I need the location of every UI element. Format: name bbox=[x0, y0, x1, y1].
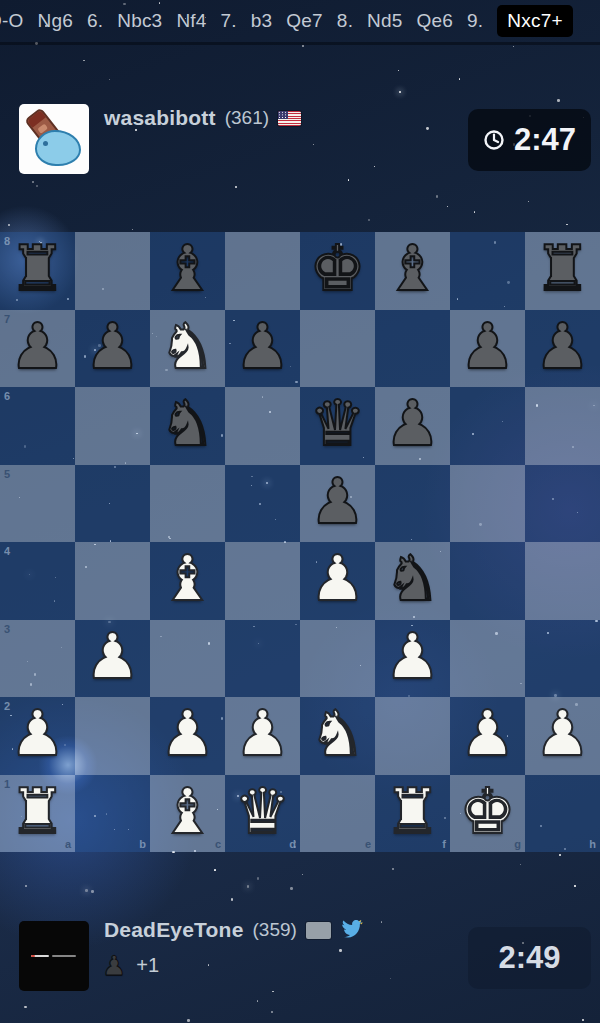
star-dot bbox=[374, 166, 376, 168]
star-dot bbox=[339, 949, 341, 951]
move-token[interactable]: 8. bbox=[337, 10, 353, 32]
square-c1[interactable]: ♝c bbox=[150, 775, 225, 853]
piece-white-king[interactable]: ♚ bbox=[459, 780, 515, 843]
star-dot bbox=[290, 887, 292, 889]
move-token[interactable]: O-O bbox=[0, 10, 24, 32]
square-b1[interactable]: b bbox=[75, 775, 150, 853]
piece-white-pawn[interactable]: ♟ bbox=[159, 702, 215, 765]
square-c7[interactable]: ♞ bbox=[150, 310, 225, 388]
piece-black-bishop[interactable]: ♝ bbox=[384, 237, 440, 300]
star-dot bbox=[313, 144, 314, 145]
star-dot bbox=[231, 898, 234, 901]
square-a4[interactable]: 4 bbox=[0, 542, 75, 620]
square-c4[interactable]: ♝ bbox=[150, 542, 225, 620]
piece-black-rook[interactable]: ♜ bbox=[9, 237, 65, 300]
square-f1[interactable]: ♜f bbox=[375, 775, 450, 853]
square-h8[interactable]: ♜ bbox=[525, 232, 600, 310]
square-b8[interactable] bbox=[75, 232, 150, 310]
square-d7[interactable]: ♟ bbox=[225, 310, 300, 388]
square-a2[interactable]: ♟2 bbox=[0, 697, 75, 775]
move-list[interactable]: O-ONg66.Nbc3Nf47.b3Qe78.Nd5Qe69.Nxc7+ bbox=[0, 0, 600, 45]
piece-black-rook[interactable]: ♜ bbox=[534, 237, 590, 300]
square-c2[interactable]: ♟ bbox=[150, 697, 225, 775]
rank-label-5: 5 bbox=[4, 468, 10, 480]
file-label-a: a bbox=[65, 838, 71, 850]
piece-black-bishop[interactable]: ♝ bbox=[159, 237, 215, 300]
star-dot bbox=[574, 885, 576, 887]
piece-white-pawn[interactable]: ♟ bbox=[9, 702, 65, 765]
bottom-player-avatar[interactable] bbox=[19, 921, 89, 991]
top-player-clock: 2:47 bbox=[468, 109, 591, 171]
star-dot bbox=[235, 186, 237, 188]
file-label-b: b bbox=[139, 838, 146, 850]
move-token[interactable]: Ng6 bbox=[38, 10, 73, 32]
star-dot bbox=[528, 201, 529, 202]
square-f3[interactable]: ♟ bbox=[375, 620, 450, 698]
piece-white-pawn[interactable]: ♟ bbox=[384, 625, 440, 688]
square-e8[interactable]: ♚ bbox=[300, 232, 375, 310]
square-f6[interactable]: ♟ bbox=[375, 387, 450, 465]
top-player-name[interactable]: wasabibott bbox=[104, 106, 216, 130]
square-b2[interactable] bbox=[75, 697, 150, 775]
piece-white-bishop[interactable]: ♝ bbox=[159, 780, 215, 843]
twitter-bird-icon bbox=[340, 920, 364, 940]
square-f8[interactable]: ♝ bbox=[375, 232, 450, 310]
star-dot bbox=[390, 978, 391, 979]
rank-label-4: 4 bbox=[4, 545, 10, 557]
star-dot bbox=[302, 874, 303, 875]
move-token[interactable]: Qe7 bbox=[286, 10, 323, 32]
top-player-avatar[interactable] bbox=[19, 104, 89, 174]
square-g7[interactable]: ♟ bbox=[450, 310, 525, 388]
piece-white-rook[interactable]: ♜ bbox=[9, 780, 65, 843]
rank-label-7: 7 bbox=[4, 313, 10, 325]
bottom-player-clock: 2:49 bbox=[468, 927, 591, 989]
star-dot bbox=[83, 60, 85, 62]
piece-black-pawn[interactable]: ♟ bbox=[459, 315, 515, 378]
material-advantage-value: +1 bbox=[136, 954, 159, 977]
star-dot bbox=[32, 181, 34, 183]
square-b5[interactable] bbox=[75, 465, 150, 543]
square-e1[interactable]: e bbox=[300, 775, 375, 853]
square-c5[interactable] bbox=[150, 465, 225, 543]
square-g6[interactable] bbox=[450, 387, 525, 465]
star-dot bbox=[36, 185, 38, 187]
square-h7[interactable]: ♟ bbox=[525, 310, 600, 388]
square-e5[interactable]: ♟ bbox=[300, 465, 375, 543]
move-token[interactable]: 6. bbox=[87, 10, 103, 32]
square-g5[interactable] bbox=[450, 465, 525, 543]
star-dot bbox=[187, 1019, 190, 1022]
move-token[interactable]: Nbc3 bbox=[117, 10, 162, 32]
star-dot bbox=[459, 78, 460, 79]
file-label-e: e bbox=[365, 838, 371, 850]
file-label-g: g bbox=[514, 838, 521, 850]
star-dot bbox=[247, 885, 250, 888]
top-clock-time: 2:47 bbox=[514, 122, 576, 158]
piece-black-knight[interactable]: ♞ bbox=[159, 392, 215, 455]
rank-label-8: 8 bbox=[4, 235, 10, 247]
square-a5[interactable]: 5 bbox=[0, 465, 75, 543]
piece-black-pawn[interactable]: ♟ bbox=[234, 315, 290, 378]
square-f7[interactable] bbox=[375, 310, 450, 388]
star-dot bbox=[520, 864, 521, 865]
piece-white-pawn[interactable]: ♟ bbox=[234, 702, 290, 765]
move-token[interactable]: b3 bbox=[251, 10, 273, 32]
square-h2[interactable]: ♟ bbox=[525, 697, 600, 775]
square-f5[interactable] bbox=[375, 465, 450, 543]
piece-black-king[interactable]: ♚ bbox=[309, 237, 365, 300]
game-screen: O-ONg66.Nbc3Nf47.b3Qe78.Nd5Qe69.Nxc7+ wa… bbox=[0, 0, 600, 1023]
chess-board: ♜8♝♚♝♜♟7♟♞♟♟♟6♞♛♟5♟4♝♟♞3♟♟♟2♟♟♞♟♟♜1ab♝c♛… bbox=[0, 232, 600, 852]
move-token[interactable]: Nd5 bbox=[367, 10, 402, 32]
square-g4[interactable] bbox=[450, 542, 525, 620]
square-b4[interactable] bbox=[75, 542, 150, 620]
move-token[interactable]: Qe6 bbox=[417, 10, 454, 32]
top-player-name-row: wasabibott (361) bbox=[104, 106, 301, 130]
square-b6[interactable] bbox=[75, 387, 150, 465]
bottom-player-rating: (359) bbox=[253, 919, 297, 941]
clock-icon bbox=[483, 129, 505, 151]
move-token[interactable]: 9. bbox=[467, 10, 483, 32]
piece-white-pawn[interactable]: ♟ bbox=[84, 625, 140, 688]
star-dot bbox=[392, 868, 394, 870]
gray-flag-icon bbox=[306, 922, 331, 939]
star-dot bbox=[557, 99, 560, 102]
avatar-blue-blob bbox=[35, 130, 81, 166]
piece-white-bishop[interactable]: ♝ bbox=[159, 547, 215, 610]
star-dot bbox=[109, 79, 110, 80]
square-d3[interactable] bbox=[225, 620, 300, 698]
move-token-current[interactable]: Nxc7+ bbox=[497, 5, 572, 37]
file-label-f: f bbox=[442, 838, 446, 850]
rank-label-1: 1 bbox=[4, 778, 10, 790]
piece-black-pawn[interactable]: ♟ bbox=[84, 315, 140, 378]
file-label-c: c bbox=[215, 838, 221, 850]
star-dot bbox=[25, 885, 27, 887]
piece-white-pawn[interactable]: ♟ bbox=[459, 702, 515, 765]
star-dot bbox=[399, 91, 401, 93]
square-d4[interactable] bbox=[225, 542, 300, 620]
square-d5[interactable] bbox=[225, 465, 300, 543]
square-d1[interactable]: ♛d bbox=[225, 775, 300, 853]
piece-white-queen[interactable]: ♛ bbox=[234, 780, 290, 843]
star-dot bbox=[8, 224, 10, 226]
piece-black-pawn[interactable]: ♟ bbox=[384, 392, 440, 455]
us-flag-icon bbox=[278, 111, 301, 126]
bottom-player-name[interactable]: DeadEyeTone bbox=[104, 918, 244, 942]
square-a3[interactable]: 3 bbox=[0, 620, 75, 698]
star-dot bbox=[436, 195, 438, 197]
rank-label-2: 2 bbox=[4, 700, 10, 712]
top-player-rating: (361) bbox=[225, 107, 269, 129]
star-dot bbox=[132, 229, 133, 230]
star-dot bbox=[474, 211, 475, 212]
square-h5[interactable] bbox=[525, 465, 600, 543]
square-c6[interactable]: ♞ bbox=[150, 387, 225, 465]
square-h1[interactable]: h bbox=[525, 775, 600, 853]
square-d2[interactable]: ♟ bbox=[225, 697, 300, 775]
rank-label-3: 3 bbox=[4, 623, 10, 635]
square-f2[interactable] bbox=[375, 697, 450, 775]
piece-white-pawn[interactable]: ♟ bbox=[534, 702, 590, 765]
captured-pawn-icon: ♟ bbox=[102, 952, 126, 979]
piece-black-knight[interactable]: ♞ bbox=[384, 547, 440, 610]
star-dot bbox=[566, 224, 567, 225]
star-dot bbox=[24, 1006, 27, 1009]
star-dot bbox=[513, 46, 514, 47]
square-e6[interactable]: ♛ bbox=[300, 387, 375, 465]
star-dot bbox=[257, 1000, 259, 1002]
square-a1[interactable]: ♜1a bbox=[0, 775, 75, 853]
piece-black-pawn[interactable]: ♟ bbox=[9, 315, 65, 378]
piece-white-knight[interactable]: ♞ bbox=[159, 315, 215, 378]
rank-label-6: 6 bbox=[4, 390, 10, 402]
move-token[interactable]: 7. bbox=[221, 10, 237, 32]
star-dot bbox=[582, 1019, 584, 1021]
piece-white-pawn[interactable]: ♟ bbox=[309, 547, 365, 610]
star-dot bbox=[257, 877, 260, 880]
square-e3[interactable] bbox=[300, 620, 375, 698]
square-a6[interactable]: 6 bbox=[0, 387, 75, 465]
square-h3[interactable] bbox=[525, 620, 600, 698]
star-dot bbox=[348, 179, 350, 181]
piece-white-knight[interactable]: ♞ bbox=[309, 702, 365, 765]
square-a8[interactable]: ♜8 bbox=[0, 232, 75, 310]
square-c3[interactable] bbox=[150, 620, 225, 698]
piece-black-queen[interactable]: ♛ bbox=[309, 392, 365, 455]
square-g8[interactable] bbox=[450, 232, 525, 310]
square-e2[interactable]: ♞ bbox=[300, 697, 375, 775]
piece-black-pawn[interactable]: ♟ bbox=[309, 470, 365, 533]
square-e7[interactable] bbox=[300, 310, 375, 388]
move-token[interactable]: Nf4 bbox=[176, 10, 206, 32]
piece-black-pawn[interactable]: ♟ bbox=[534, 315, 590, 378]
star-dot bbox=[559, 854, 561, 856]
bottom-player-name-row: DeadEyeTone (359) bbox=[104, 918, 364, 942]
square-c8[interactable]: ♝ bbox=[150, 232, 225, 310]
star-dot bbox=[271, 1011, 273, 1013]
square-d8[interactable] bbox=[225, 232, 300, 310]
bottom-clock-time: 2:49 bbox=[498, 940, 560, 976]
square-g1[interactable]: ♚g bbox=[450, 775, 525, 853]
square-a7[interactable]: ♟7 bbox=[0, 310, 75, 388]
star-dot bbox=[91, 890, 94, 893]
star-dot bbox=[272, 991, 273, 992]
star-dot bbox=[447, 206, 448, 207]
square-b3[interactable]: ♟ bbox=[75, 620, 150, 698]
star-dot bbox=[208, 964, 210, 966]
file-label-h: h bbox=[589, 838, 596, 850]
star-dot bbox=[381, 921, 382, 922]
square-f4[interactable]: ♞ bbox=[375, 542, 450, 620]
material-advantage: ♟ +1 bbox=[102, 952, 159, 979]
square-d6[interactable] bbox=[225, 387, 300, 465]
star-dot bbox=[398, 70, 400, 72]
piece-white-rook[interactable]: ♜ bbox=[384, 780, 440, 843]
star-dot bbox=[85, 889, 88, 892]
star-dot bbox=[214, 869, 216, 871]
square-e4[interactable]: ♟ bbox=[300, 542, 375, 620]
square-h6[interactable] bbox=[525, 387, 600, 465]
square-h4[interactable] bbox=[525, 542, 600, 620]
square-g2[interactable]: ♟ bbox=[450, 697, 525, 775]
star-dot bbox=[368, 219, 371, 222]
square-b7[interactable]: ♟ bbox=[75, 310, 150, 388]
star-dot bbox=[426, 127, 429, 130]
square-g3[interactable] bbox=[450, 620, 525, 698]
file-label-d: d bbox=[289, 838, 296, 850]
